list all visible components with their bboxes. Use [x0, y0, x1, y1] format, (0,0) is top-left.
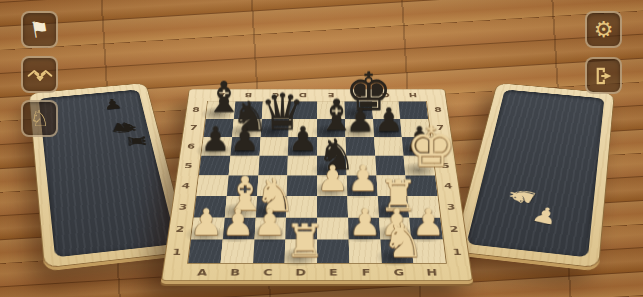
piece-white-pawn-c2[interactable]: ♟: [254, 218, 286, 241]
piece-black-pawn-a6[interactable]: ♟: [200, 137, 231, 156]
file-label-bottom-F: F: [362, 268, 371, 277]
file-label-bottom-D: D: [295, 268, 306, 277]
piece-white-pawn-e4[interactable]: ♟: [317, 175, 347, 196]
white-rook-glyph: ♜: [285, 218, 317, 263]
draw-handshake-button[interactable]: [21, 56, 58, 93]
white-knight-glyph: ♞: [382, 217, 414, 264]
board-frame: ♝♚♞♛♝♟♟♟♟♟♟♞♚♟♟♝♞♜♟♟♟♟♟♟♜♞ AABBCCDDEEFFG…: [161, 89, 473, 281]
white-pawn-glyph: ♟: [190, 204, 222, 241]
piece-white-knight-g1[interactable]: ♞: [380, 240, 414, 264]
knight-icon: ♘: [30, 108, 50, 130]
file-label-bottom-H: H: [426, 268, 438, 277]
rank-label-left-7: 7: [189, 124, 198, 131]
piece-white-rook-d1[interactable]: ♜: [285, 240, 317, 264]
white-flag-icon: ⚑: [28, 17, 51, 42]
white-pawn-glyph: ♟: [317, 161, 347, 196]
black-pawn-glyph: ♟: [288, 122, 317, 156]
settings-button[interactable]: ⚙: [585, 11, 622, 48]
square-b1[interactable]: [220, 240, 254, 263]
file-label-bottom-B: B: [230, 268, 241, 277]
rank-label-right-4: 4: [444, 182, 453, 190]
white-king-glyph: ♚: [406, 120, 436, 176]
captured-black-rook: ♜: [125, 134, 149, 149]
rank-label-right-2: 2: [449, 224, 459, 233]
file-label-bottom-G: G: [393, 268, 404, 277]
rank-label-left-4: 4: [181, 182, 190, 190]
rank-label-left-5: 5: [184, 162, 193, 170]
file-label-bottom-C: C: [263, 268, 273, 277]
hint-knight-button[interactable]: ♘: [21, 100, 58, 137]
piece-black-pawn-d6[interactable]: ♟: [288, 137, 317, 156]
rank-label-left-2: 2: [175, 224, 185, 233]
piece-black-pawn-g7[interactable]: ♟: [373, 118, 403, 136]
pieces-layer: ♝♚♞♛♝♟♟♟♟♟♟♞♚♟♟♝♞♜♟♟♟♟♟♟♜♞: [187, 101, 447, 264]
rank-label-left-3: 3: [178, 203, 188, 211]
file-label-bottom-A: A: [197, 268, 208, 277]
white-pawn-glyph: ♟: [254, 204, 286, 241]
black-pawn-glyph: ♟: [230, 122, 259, 156]
rank-label-left-1: 1: [172, 247, 182, 256]
piece-white-pawn-f2[interactable]: ♟: [348, 218, 380, 241]
piece-black-bishop-a8[interactable]: ♝: [205, 101, 235, 119]
board-grid-wrap: ♝♚♞♛♝♟♟♟♟♟♟♞♚♟♟♝♞♜♟♟♟♟♟♟♜♞: [187, 101, 447, 264]
black-pawn-glyph: ♟: [200, 122, 229, 156]
rank-label-right-3: 3: [446, 203, 456, 211]
rank-label-right-8: 8: [434, 106, 443, 113]
square-a1[interactable]: [188, 240, 222, 263]
exit-icon: [593, 65, 615, 87]
file-label-top-H: H: [408, 92, 417, 98]
file-label-bottom-E: E: [329, 268, 338, 277]
rank-label-left-8: 8: [192, 106, 201, 113]
rank-label-left-6: 6: [187, 143, 196, 150]
white-pawn-glyph: ♟: [349, 204, 381, 241]
piece-black-pawn-b6[interactable]: ♟: [230, 137, 260, 156]
black-bishop-glyph: ♝: [205, 76, 233, 118]
square-c1[interactable]: [253, 240, 286, 263]
resign-flag-button[interactable]: ⚑: [21, 11, 58, 48]
piece-white-pawn-f4[interactable]: ♟: [347, 175, 378, 196]
captured-black-pawn: ♟: [102, 96, 124, 112]
exit-button[interactable]: [585, 57, 622, 94]
chessboard-scene: ♝♚♞♛♝♟♟♟♟♟♟♞♚♟♟♝♞♜♟♟♟♟♟♟♜♞ AABBCCDDEEFFG…: [161, 89, 473, 281]
piece-white-pawn-a2[interactable]: ♟: [190, 218, 224, 241]
white-pawn-glyph: ♟: [222, 204, 254, 241]
piece-white-pawn-b2[interactable]: ♟: [222, 218, 255, 241]
gear-icon: ⚙: [594, 19, 614, 41]
handshake-icon: [27, 65, 53, 85]
piece-black-queen-c7[interactable]: ♛: [260, 118, 289, 136]
black-queen-glyph: ♛: [260, 86, 289, 136]
square-f1[interactable]: [348, 240, 381, 263]
rank-label-right-1: 1: [452, 247, 462, 256]
black-pawn-glyph: ♟: [374, 104, 403, 137]
white-pawn-glyph: ♟: [347, 161, 377, 196]
